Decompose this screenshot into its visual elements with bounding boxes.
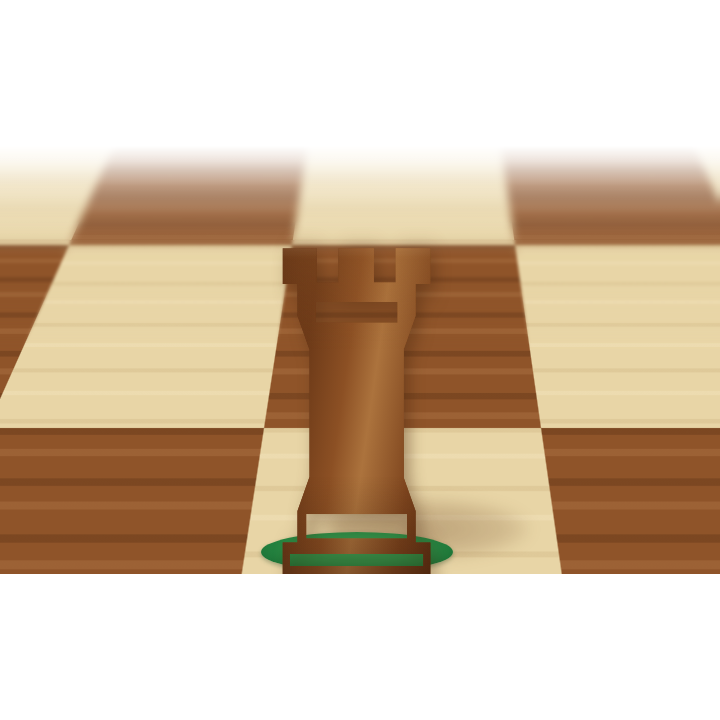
square-e7 bbox=[475, 0, 645, 33]
square-c7 bbox=[164, 0, 335, 33]
square-d6 bbox=[311, 33, 498, 122]
photo-crop-bottom bbox=[0, 574, 720, 720]
square-e4 bbox=[515, 245, 720, 428]
product-photo: ♜ bbox=[0, 0, 720, 720]
square-d7 bbox=[324, 0, 484, 33]
square-e5 bbox=[498, 122, 720, 245]
